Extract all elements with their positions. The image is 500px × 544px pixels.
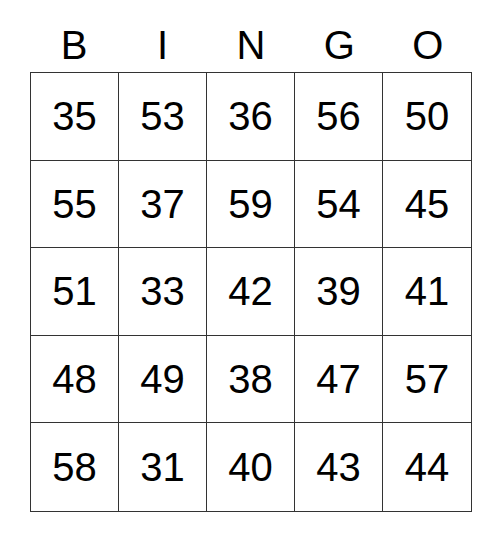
bingo-cell-r4c2[interactable]: 49 [119, 336, 207, 424]
bingo-cell-r1c3[interactable]: 36 [207, 73, 295, 161]
header-letter-n: N [207, 0, 295, 72]
bingo-cell-r4c3[interactable]: 38 [207, 336, 295, 424]
bingo-cell-r3c2[interactable]: 33 [119, 248, 207, 336]
bingo-cell-r4c5[interactable]: 57 [383, 336, 471, 424]
bingo-cell-r2c3[interactable]: 59 [207, 161, 295, 249]
bingo-cell-r1c5[interactable]: 50 [383, 73, 471, 161]
header-letter-b: B [30, 0, 118, 72]
bingo-cell-r3c4[interactable]: 39 [295, 248, 383, 336]
bingo-cell-r4c4[interactable]: 47 [295, 336, 383, 424]
bingo-grid: 3553365650553759544551334239414849384757… [30, 72, 472, 512]
bingo-cell-r2c4[interactable]: 54 [295, 161, 383, 249]
bingo-cell-r3c5[interactable]: 41 [383, 248, 471, 336]
bingo-cell-r2c5[interactable]: 45 [383, 161, 471, 249]
bingo-cell-r1c2[interactable]: 53 [119, 73, 207, 161]
header-letter-o: O [384, 0, 472, 72]
bingo-cell-r2c2[interactable]: 37 [119, 161, 207, 249]
header-letter-g: G [295, 0, 383, 72]
bingo-cell-r5c2[interactable]: 31 [119, 423, 207, 511]
bingo-cell-r3c1[interactable]: 51 [31, 248, 119, 336]
bingo-cell-r2c1[interactable]: 55 [31, 161, 119, 249]
header-letter-i: I [118, 0, 206, 72]
bingo-card: B I N G O 355336565055375954455133423941… [30, 0, 472, 512]
bingo-cell-r5c1[interactable]: 58 [31, 423, 119, 511]
bingo-header-row: B I N G O [30, 0, 472, 72]
bingo-cell-r5c5[interactable]: 44 [383, 423, 471, 511]
bingo-cell-r1c4[interactable]: 56 [295, 73, 383, 161]
bingo-cell-r5c4[interactable]: 43 [295, 423, 383, 511]
bingo-cell-r4c1[interactable]: 48 [31, 336, 119, 424]
bingo-cell-r3c3[interactable]: 42 [207, 248, 295, 336]
bingo-cell-r5c3[interactable]: 40 [207, 423, 295, 511]
bingo-cell-r1c1[interactable]: 35 [31, 73, 119, 161]
